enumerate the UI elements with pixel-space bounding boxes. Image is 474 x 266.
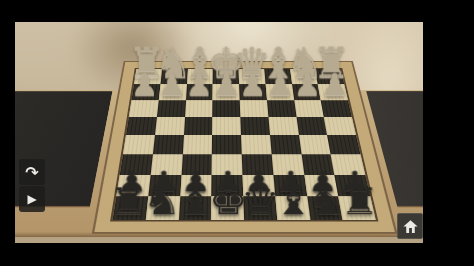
square[interactable] <box>240 100 269 117</box>
play-button[interactable]: ▶ <box>19 186 45 212</box>
square[interactable] <box>241 135 271 154</box>
square[interactable] <box>182 135 212 154</box>
square[interactable] <box>123 135 155 154</box>
square[interactable] <box>324 117 356 135</box>
square[interactable] <box>155 117 185 135</box>
scene: ♜♞♝♚♛♝♞♜♟♟♟♟♟♟♟♟♟♟♟♟♟♟♟♟♜♞♝♚♛♝♞♜ <box>15 22 423 243</box>
piece-bR[interactable]: ♜ <box>334 182 384 219</box>
play-icon: ▶ <box>27 192 36 206</box>
square[interactable] <box>299 135 331 154</box>
square[interactable] <box>212 100 240 117</box>
square[interactable] <box>270 135 301 154</box>
square[interactable] <box>268 117 298 135</box>
square[interactable] <box>184 117 213 135</box>
game-viewport: ♜♞♝♚♛♝♞♜♟♟♟♟♟♟♟♟♟♟♟♟♟♟♟♟♜♞♝♚♛♝♞♜ ↷ ▶ <box>15 22 423 243</box>
square[interactable] <box>212 135 242 154</box>
square[interactable]: ♜ <box>339 196 376 219</box>
board-grid: ♜♞♝♚♛♝♞♜♟♟♟♟♟♟♟♟♟♟♟♟♟♟♟♟♜♞♝♚♛♝♞♜ <box>113 69 376 220</box>
square[interactable] <box>185 100 213 117</box>
square[interactable] <box>129 100 159 117</box>
redo-arrow-icon: ↷ <box>25 163 38 182</box>
square[interactable]: ♟ <box>318 84 348 100</box>
square[interactable] <box>240 117 269 135</box>
undo-button[interactable]: ↷ <box>19 159 45 185</box>
chess-board[interactable]: ♜♞♝♚♛♝♞♜♟♟♟♟♟♟♟♟♟♟♟♟♟♟♟♟♜♞♝♚♛♝♞♜ <box>94 62 394 232</box>
piece-wP[interactable]: ♟ <box>314 69 355 100</box>
square[interactable] <box>212 117 241 135</box>
square[interactable] <box>321 100 352 117</box>
square[interactable] <box>327 135 360 154</box>
square[interactable] <box>126 117 157 135</box>
square[interactable] <box>153 135 184 154</box>
square[interactable] <box>296 117 327 135</box>
home-icon <box>402 218 419 235</box>
square[interactable] <box>157 100 186 117</box>
square[interactable] <box>267 100 296 117</box>
square[interactable] <box>294 100 324 117</box>
table-surface: ♜♞♝♚♛♝♞♜♟♟♟♟♟♟♟♟♟♟♟♟♟♟♟♟♜♞♝♚♛♝♞♜ <box>15 59 423 237</box>
home-button[interactable] <box>397 213 423 239</box>
